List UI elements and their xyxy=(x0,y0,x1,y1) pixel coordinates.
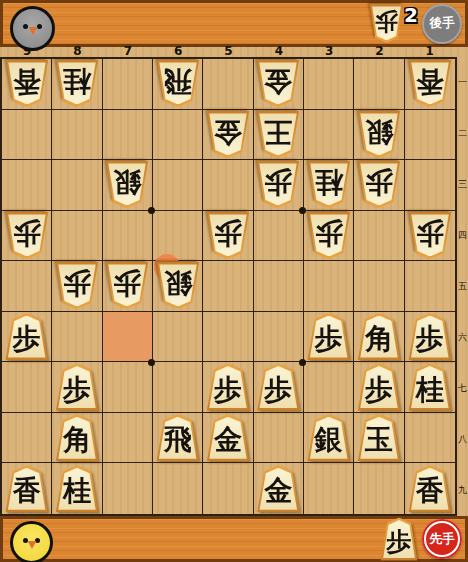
square-35[interactable] xyxy=(304,261,354,312)
square-67[interactable] xyxy=(153,362,203,413)
piece-kanji: 桂 xyxy=(55,62,99,99)
file-label: 8 xyxy=(52,46,102,57)
rank-label: 五 xyxy=(457,261,468,312)
piece-gote-lance[interactable]: 香 xyxy=(5,60,49,107)
hoshi-dot xyxy=(299,207,306,214)
square-76[interactable] xyxy=(103,312,153,363)
square-82[interactable] xyxy=(52,110,102,161)
piece-gote-pawn[interactable]: 歩 xyxy=(55,262,99,309)
piece-kanji: 歩 xyxy=(307,321,351,358)
piece-kanji: 歩 xyxy=(357,371,401,408)
avatar-eye xyxy=(37,24,42,29)
piece-kanji: 歩 xyxy=(357,163,401,200)
board: 987654321 香桂飛金香金王銀銀歩桂歩歩歩歩歩歩歩銀歩歩角歩歩歩歩歩桂角飛… xyxy=(0,47,468,516)
square-71[interactable] xyxy=(103,59,153,110)
square-37[interactable] xyxy=(304,362,354,413)
piece-kanji: 桂 xyxy=(408,371,452,408)
file-label: 4 xyxy=(254,46,304,57)
piece-kanji: 歩 xyxy=(206,214,250,251)
square-75[interactable]: 歩 xyxy=(103,261,153,312)
piece-kanji: 歩 xyxy=(55,371,99,408)
square-13[interactable] xyxy=(405,160,455,211)
square-25[interactable] xyxy=(354,261,404,312)
square-28[interactable]: 玉 xyxy=(354,413,404,464)
square-87[interactable]: 歩 xyxy=(52,362,102,413)
square-44[interactable] xyxy=(254,211,304,262)
piece-kanji: 金 xyxy=(256,473,300,510)
piece-gote-lance[interactable]: 香 xyxy=(408,60,452,107)
sente-bar: 歩 先手 xyxy=(0,516,468,562)
square-93[interactable] xyxy=(2,160,52,211)
piece-sente-pawn[interactable]: 歩 xyxy=(256,364,300,411)
piece-kanji: 角 xyxy=(55,422,99,459)
piece-kanji: 歩 xyxy=(307,214,351,251)
square-51[interactable] xyxy=(203,59,253,110)
piece-kanji: 金 xyxy=(206,113,250,150)
square-89[interactable]: 桂 xyxy=(52,463,102,514)
square-39[interactable] xyxy=(304,463,354,514)
square-31[interactable] xyxy=(304,59,354,110)
square-52[interactable]: 金 xyxy=(203,110,253,161)
square-24[interactable] xyxy=(354,211,404,262)
piece-kanji: 歩 xyxy=(5,321,49,358)
square-86[interactable] xyxy=(52,312,102,363)
gote-hand: 歩 xyxy=(369,4,404,43)
square-79[interactable] xyxy=(103,463,153,514)
file-label: 6 xyxy=(153,46,203,57)
piece-kanji: 歩 xyxy=(408,321,452,358)
square-58[interactable]: 金 xyxy=(203,413,253,464)
square-57[interactable]: 歩 xyxy=(203,362,253,413)
piece-sente-pawn[interactable]: 歩 xyxy=(206,364,250,411)
gote-hand-count: 2 xyxy=(404,5,418,25)
square-59[interactable] xyxy=(203,463,253,514)
square-54[interactable]: 歩 xyxy=(203,211,253,262)
piece-sente-bishop[interactable]: 角 xyxy=(357,313,401,360)
square-42[interactable]: 王 xyxy=(254,110,304,161)
hoshi-dot xyxy=(148,359,155,366)
piece-sente-knight[interactable]: 桂 xyxy=(55,465,99,512)
square-56[interactable] xyxy=(203,312,253,363)
piece-sente-gold[interactable]: 金 xyxy=(206,414,250,461)
piece-gote-knight[interactable]: 桂 xyxy=(307,161,351,208)
square-27[interactable]: 歩 xyxy=(354,362,404,413)
gote-badge: 後手 xyxy=(422,4,462,44)
piece-kanji: 香 xyxy=(5,62,49,99)
hoshi-dot xyxy=(299,359,306,366)
piece-kanji: 歩 xyxy=(105,264,149,301)
rank-label: 二 xyxy=(457,108,468,159)
piece-kanji: 王 xyxy=(256,113,300,150)
piece-gote-silver[interactable]: 銀 xyxy=(156,262,200,309)
square-66[interactable] xyxy=(153,312,203,363)
square-43[interactable]: 歩 xyxy=(254,160,304,211)
piece-gote-rook[interactable]: 飛 xyxy=(156,60,200,107)
piece-gote-pawn[interactable]: 歩 xyxy=(105,262,149,309)
piece-kanji: 香 xyxy=(408,62,452,99)
square-48[interactable] xyxy=(254,413,304,464)
square-38[interactable]: 銀 xyxy=(304,413,354,464)
square-99[interactable]: 香 xyxy=(2,463,52,514)
square-16[interactable]: 歩 xyxy=(405,312,455,363)
square-29[interactable] xyxy=(354,463,404,514)
square-78[interactable] xyxy=(103,413,153,464)
piece-kanji: 銀 xyxy=(357,113,401,150)
square-41[interactable]: 金 xyxy=(254,59,304,110)
piece-kanji: 銀 xyxy=(105,163,149,200)
square-11[interactable]: 香 xyxy=(405,59,455,110)
square-61[interactable]: 飛 xyxy=(153,59,203,110)
piece-kanji: 角 xyxy=(357,321,401,358)
square-22[interactable]: 銀 xyxy=(354,110,404,161)
file-label: 2 xyxy=(354,46,404,57)
square-21[interactable] xyxy=(354,59,404,110)
square-53[interactable] xyxy=(203,160,253,211)
square-64[interactable] xyxy=(153,211,203,262)
rank-label: 六 xyxy=(457,312,468,363)
piece-gote-gold[interactable]: 金 xyxy=(206,111,250,158)
square-98[interactable] xyxy=(2,413,52,464)
square-74[interactable] xyxy=(103,211,153,262)
file-label: 7 xyxy=(103,46,153,57)
piece-sente-bishop[interactable]: 角 xyxy=(55,414,99,461)
square-97[interactable] xyxy=(2,362,52,413)
piece-gote-king[interactable]: 王 xyxy=(256,111,300,158)
rank-label: 八 xyxy=(457,414,468,465)
square-19[interactable]: 香 xyxy=(405,463,455,514)
square-68[interactable]: 飛 xyxy=(153,413,203,464)
square-96[interactable]: 歩 xyxy=(2,312,52,363)
square-63[interactable] xyxy=(153,160,203,211)
sente-hand: 歩 xyxy=(380,518,418,561)
piece-sente-silver[interactable]: 銀 xyxy=(307,414,351,461)
piece-kanji: 歩 xyxy=(380,524,418,558)
square-36[interactable]: 歩 xyxy=(304,312,354,363)
piece-gote-silver[interactable]: 銀 xyxy=(357,111,401,158)
square-94[interactable]: 歩 xyxy=(2,211,52,262)
avatar-beak xyxy=(29,27,38,35)
piece-kanji: 桂 xyxy=(307,163,351,200)
hoshi-dot xyxy=(148,207,155,214)
piece-gote-pawn[interactable]: 歩 xyxy=(256,161,300,208)
piece-gote-pawn[interactable]: 歩 xyxy=(408,212,452,259)
piece-kanji: 香 xyxy=(408,473,452,510)
piece-sente-lance[interactable]: 香 xyxy=(408,465,452,512)
piece-sente-pawn[interactable]: 歩 xyxy=(307,313,351,360)
piece-gote-gold[interactable]: 金 xyxy=(256,60,300,107)
square-49[interactable]: 金 xyxy=(254,463,304,514)
square-95[interactable] xyxy=(2,261,52,312)
rank-label: 七 xyxy=(457,363,468,414)
piece-gote-pawn[interactable]: 歩 xyxy=(206,212,250,259)
piece-sente-pawn[interactable]: 歩 xyxy=(55,364,99,411)
square-91[interactable]: 香 xyxy=(2,59,52,110)
file-label: 1 xyxy=(405,46,455,57)
square-88[interactable]: 角 xyxy=(52,413,102,464)
square-62[interactable] xyxy=(153,110,203,161)
piece-kanji: 金 xyxy=(256,62,300,99)
gote-avatar xyxy=(10,6,55,51)
rank-label: 九 xyxy=(457,465,468,516)
piece-sente-pawn[interactable]: 歩 xyxy=(357,364,401,411)
piece-kanji: 飛 xyxy=(156,62,200,99)
piece-sente-lance[interactable]: 香 xyxy=(5,465,49,512)
piece-kanji: 香 xyxy=(5,473,49,510)
rank-label: 三 xyxy=(457,159,468,210)
gote-bar: 歩 2 後手 xyxy=(0,0,468,47)
square-84[interactable] xyxy=(52,211,102,262)
piece-kanji: 歩 xyxy=(256,163,300,200)
rank-labels: 一二三四五六七八九 xyxy=(457,57,468,516)
piece-kanji: 飛 xyxy=(156,422,200,459)
square-45[interactable] xyxy=(254,261,304,312)
piece-gote-pawn[interactable]: 歩 xyxy=(357,161,401,208)
square-85[interactable]: 歩 xyxy=(52,261,102,312)
avatar-eye xyxy=(35,538,40,543)
piece-kanji: 歩 xyxy=(369,6,404,37)
square-14[interactable]: 歩 xyxy=(405,211,455,262)
piece-gote-pawn[interactable]: 歩 xyxy=(307,212,351,259)
square-92[interactable] xyxy=(2,110,52,161)
square-77[interactable] xyxy=(103,362,153,413)
square-83[interactable] xyxy=(52,160,102,211)
file-label: 3 xyxy=(304,46,354,57)
square-23[interactable]: 歩 xyxy=(354,160,404,211)
piece-gote-pawn[interactable]: 歩 xyxy=(5,212,49,259)
square-81[interactable]: 桂 xyxy=(52,59,102,110)
board-grid: 香桂飛金香金王銀銀歩桂歩歩歩歩歩歩歩銀歩歩角歩歩歩歩歩桂角飛金銀玉香桂金香 xyxy=(0,57,457,516)
rank-label: 一 xyxy=(457,57,468,108)
piece-kanji: 歩 xyxy=(408,214,452,251)
square-26[interactable]: 角 xyxy=(354,312,404,363)
piece-kanji: 歩 xyxy=(55,264,99,301)
piece-sente-rook[interactable]: 飛 xyxy=(156,414,200,461)
piece-kanji: 玉 xyxy=(357,422,401,459)
piece-sente-pawn[interactable]: 歩 xyxy=(408,313,452,360)
square-72[interactable] xyxy=(103,110,153,161)
avatar-eye xyxy=(23,24,28,29)
file-label: 5 xyxy=(203,46,253,57)
square-46[interactable] xyxy=(254,312,304,363)
piece-sente-king[interactable]: 玉 xyxy=(357,414,401,461)
piece-sente-pawn[interactable]: 歩 xyxy=(5,313,49,360)
square-47[interactable]: 歩 xyxy=(254,362,304,413)
square-33[interactable]: 桂 xyxy=(304,160,354,211)
piece-sente-pawn[interactable]: 歩 xyxy=(380,518,418,561)
avatar-eye xyxy=(23,538,28,543)
square-73[interactable]: 銀 xyxy=(103,160,153,211)
sente-avatar xyxy=(10,521,53,562)
square-18[interactable] xyxy=(405,413,455,464)
piece-kanji: 金 xyxy=(206,422,250,459)
piece-kanji: 歩 xyxy=(5,214,49,251)
square-55[interactable] xyxy=(203,261,253,312)
rank-label: 四 xyxy=(457,210,468,261)
piece-kanji: 桂 xyxy=(55,473,99,510)
piece-kanji: 歩 xyxy=(206,371,250,408)
piece-gote-pawn[interactable]: 歩 xyxy=(369,4,404,43)
file-labels: 987654321 xyxy=(2,46,455,57)
square-32[interactable] xyxy=(304,110,354,161)
square-15[interactable] xyxy=(405,261,455,312)
square-34[interactable]: 歩 xyxy=(304,211,354,262)
piece-kanji: 銀 xyxy=(156,264,200,301)
piece-sente-gold[interactable]: 金 xyxy=(256,465,300,512)
square-65[interactable]: 銀 xyxy=(153,261,203,312)
square-17[interactable]: 桂 xyxy=(405,362,455,413)
piece-sente-knight[interactable]: 桂 xyxy=(408,364,452,411)
square-69[interactable] xyxy=(153,463,203,514)
avatar-beak xyxy=(28,541,37,549)
piece-gote-knight[interactable]: 桂 xyxy=(55,60,99,107)
square-12[interactable] xyxy=(405,110,455,161)
piece-gote-silver[interactable]: 銀 xyxy=(105,161,149,208)
piece-kanji: 歩 xyxy=(256,371,300,408)
sente-badge: 先手 xyxy=(422,519,462,559)
piece-kanji: 銀 xyxy=(307,422,351,459)
